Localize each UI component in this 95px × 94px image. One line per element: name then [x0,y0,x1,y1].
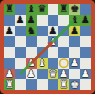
piece-black-rook[interactable]: ♜ [5,4,14,14]
square-h8[interactable] [80,4,91,15]
square-a5[interactable] [4,36,15,47]
piece-white-bishop[interactable]: ♝ [48,37,57,47]
square-a8[interactable]: ♜ [4,4,15,15]
piece-black-pawn[interactable]: ♟ [81,15,90,25]
square-e6[interactable]: ♟ [48,26,59,37]
square-b7[interactable]: ♟ [15,15,26,26]
square-f2[interactable]: ♟ [58,69,69,80]
piece-black-bishop[interactable]: ♝ [27,4,36,14]
square-e4[interactable] [48,47,59,58]
piece-white-pawn[interactable]: ♟ [27,69,36,79]
square-f3[interactable] [58,58,69,69]
square-g4[interactable] [69,47,80,58]
piece-white-pawn[interactable]: ♟ [5,69,14,79]
square-f6[interactable] [58,26,69,37]
square-a6[interactable]: ♟ [4,26,15,37]
square-d8[interactable]: ♛ [37,4,48,15]
piece-white-pawn[interactable]: ♟ [59,69,68,79]
square-c8[interactable]: ♝ [26,4,37,15]
square-e2[interactable]: ♛ [48,69,59,80]
piece-white-pawn[interactable]: ♟ [81,69,90,79]
square-c6[interactable]: ♞ [26,26,37,37]
piece-black-rook[interactable]: ♜ [59,4,68,14]
square-d2[interactable] [37,69,48,80]
square-d5[interactable] [37,36,48,47]
square-h1[interactable] [80,79,91,90]
square-c4[interactable] [26,47,37,58]
square-h6[interactable] [80,26,91,37]
square-e1[interactable] [48,79,59,90]
square-b1[interactable] [15,79,26,90]
square-g2[interactable] [69,69,80,80]
square-d3[interactable]: ♝ [37,58,48,69]
piece-black-pawn[interactable]: ♟ [5,26,14,36]
square-h5[interactable] [80,36,91,47]
board-squares: ♜♝♛♜♚♟♟♝♟♟♞♟♟♝♟♝♟♟♟♛♟♟♜♜♚ [4,4,91,90]
square-d7[interactable] [37,15,48,26]
chess-board[interactable]: ♜♝♛♜♚♟♟♝♟♟♞♟♟♝♟♝♟♟♟♛♟♟♜♜♚ [4,4,91,90]
square-d4[interactable] [37,47,48,58]
square-c2[interactable]: ♟ [26,69,37,80]
square-e8[interactable] [48,4,59,15]
square-h4[interactable] [80,47,91,58]
piece-black-bishop[interactable]: ♝ [70,15,79,25]
piece-white-pawn[interactable]: ♟ [70,58,79,68]
square-a7[interactable] [4,15,15,26]
piece-white-king[interactable]: ♚ [70,80,79,90]
square-f5[interactable] [58,36,69,47]
piece-black-knight[interactable]: ♞ [27,26,36,36]
piece-white-pawn[interactable]: ♟ [27,58,36,68]
square-b5[interactable] [15,36,26,47]
square-g5[interactable] [69,36,80,47]
piece-black-pawn[interactable]: ♟ [48,26,57,36]
square-c7[interactable]: ♟ [26,15,37,26]
square-g1[interactable]: ♚ [69,79,80,90]
piece-white-bishop[interactable]: ♝ [38,58,47,68]
square-b3[interactable] [15,58,26,69]
square-h2[interactable]: ♟ [80,69,91,80]
piece-white-queen[interactable]: ♛ [48,69,57,79]
square-b4[interactable] [15,47,26,58]
square-f7[interactable] [58,15,69,26]
piece-black-king[interactable]: ♚ [70,4,79,14]
square-c1[interactable] [26,79,37,90]
square-h3[interactable] [80,58,91,69]
piece-black-pawn[interactable]: ♟ [70,26,79,36]
square-g7[interactable]: ♝ [69,15,80,26]
board-frame: ♜♝♛♜♚♟♟♝♟♟♞♟♟♝♟♝♟♟♟♛♟♟♜♜♚ [0,0,95,94]
square-f8[interactable]: ♜ [58,4,69,15]
square-c5[interactable] [26,36,37,47]
piece-black-queen[interactable]: ♛ [38,4,47,14]
square-e5[interactable]: ♝ [48,36,59,47]
square-c3[interactable]: ♟ [26,58,37,69]
square-f4[interactable] [58,47,69,58]
piece-black-pawn[interactable]: ♟ [16,15,25,25]
square-h7[interactable]: ♟ [80,15,91,26]
square-e3[interactable] [48,58,59,69]
square-g3[interactable]: ♟ [69,58,80,69]
square-a1[interactable]: ♜ [4,79,15,90]
square-a4[interactable] [4,47,15,58]
square-a2[interactable]: ♟ [4,69,15,80]
square-g8[interactable]: ♚ [69,4,80,15]
square-g6[interactable]: ♟ [69,26,80,37]
square-a3[interactable] [4,58,15,69]
square-f1[interactable]: ♜ [58,79,69,90]
square-b8[interactable] [15,4,26,15]
piece-black-pawn[interactable]: ♟ [27,15,36,25]
square-e7[interactable] [48,15,59,26]
square-d1[interactable] [37,79,48,90]
piece-white-rook[interactable]: ♜ [59,80,68,90]
square-b6[interactable] [15,26,26,37]
square-d6[interactable] [37,26,48,37]
piece-white-rook[interactable]: ♜ [5,80,14,90]
square-b2[interactable] [15,69,26,80]
